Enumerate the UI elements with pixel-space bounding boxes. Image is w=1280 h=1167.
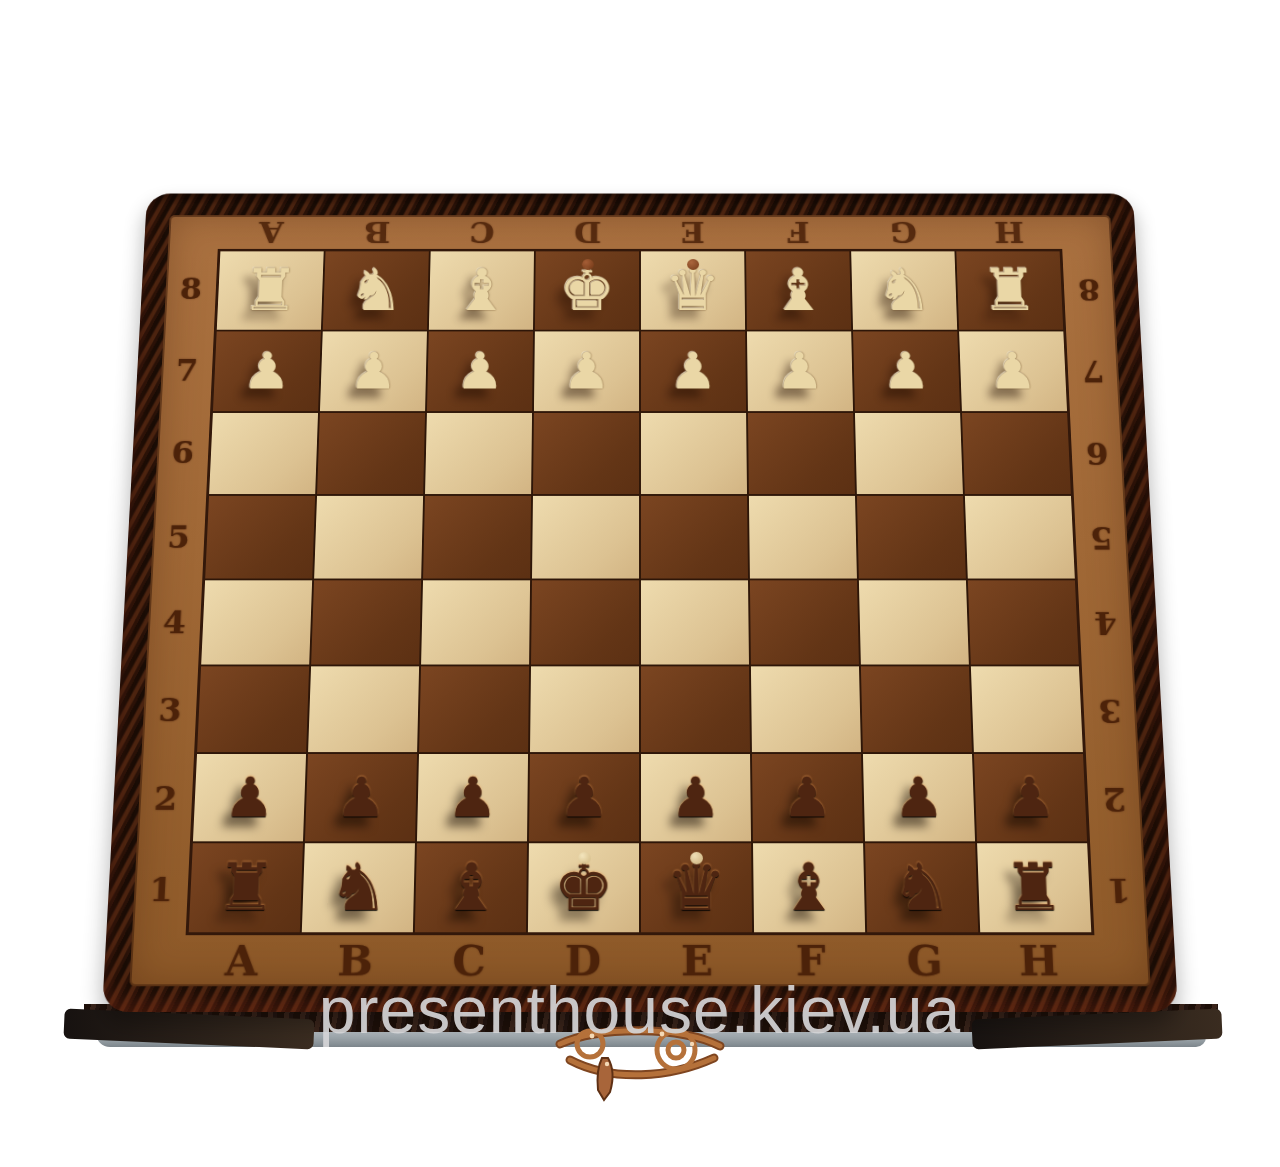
rank-label-left-3: 3 [142,666,199,754]
square-f1[interactable]: ♝ [753,843,865,932]
square-b4[interactable] [311,580,421,664]
white-pawn[interactable]: ♟ [853,331,960,411]
square-g8[interactable]: ♞ [851,251,957,329]
black-knight[interactable]: ♞ [865,843,978,932]
file-label-top-f: F [745,215,851,249]
file-label-bottom-h: H [981,935,1097,986]
square-h4[interactable] [968,580,1079,664]
black-pawn[interactable]: ♟ [974,754,1087,841]
white-pawn[interactable]: ♟ [534,331,639,411]
white-pawn[interactable]: ♟ [959,331,1067,411]
black-pawn[interactable]: ♟ [529,754,639,841]
square-h2[interactable]: ♟ [974,754,1087,841]
square-g4[interactable] [859,580,969,664]
square-h8[interactable]: ♜ [956,251,1063,329]
black-pawn[interactable]: ♟ [641,754,751,841]
square-f6[interactable] [748,413,855,494]
rank-label-right-4: 4 [1078,579,1134,665]
black-pawn[interactable]: ♟ [863,754,975,841]
square-h7[interactable]: ♟ [959,331,1067,411]
chess-board: ♜♞♝♚♛♝♞♜♟♟♟♟♟♟♟♟♟♟♟♟♟♟♟♟♜♞♝♚♛♝♞♜ [186,249,1095,935]
square-e8[interactable]: ♛ [641,251,745,329]
brown-head-cap [687,259,699,270]
black-rook[interactable]: ♜ [189,843,303,932]
square-d7[interactable]: ♟ [534,331,639,411]
black-bishop[interactable]: ♝ [415,843,527,932]
square-b6[interactable] [317,413,425,494]
file-label-bottom-a: A [183,935,299,986]
black-pawn[interactable]: ♟ [305,754,417,841]
product-photo: ABCDEFGH ABCDEFGH 87654321 87654321 ♜♞♝♚… [0,0,1280,1167]
file-label-top-h: H [955,215,1062,249]
square-e1[interactable]: ♛ [641,843,752,932]
files-top: ABCDEFGH [218,215,1062,249]
black-queen[interactable]: ♛ [641,843,752,932]
square-e7[interactable]: ♟ [641,331,746,411]
file-label-top-c: C [429,215,535,249]
square-b3[interactable] [308,666,419,752]
rank-label-right-6: 6 [1070,411,1125,494]
square-e6[interactable] [641,413,747,494]
square-f4[interactable] [750,580,859,664]
square-d5[interactable] [532,496,639,579]
square-h3[interactable] [971,666,1083,752]
square-d6[interactable] [533,413,639,494]
black-king[interactable]: ♚ [528,843,639,932]
white-rook[interactable]: ♜ [217,251,324,329]
square-g2[interactable]: ♟ [863,754,975,841]
square-f3[interactable] [751,666,861,752]
watermark: presenthouse.kiev.ua [319,972,962,1048]
cream-head-cap [690,852,703,865]
rank-label-left-6: 6 [155,411,210,494]
file-label-top-e: E [640,215,746,249]
rank-label-right-1: 1 [1090,844,1148,935]
square-g1[interactable]: ♞ [865,843,978,932]
square-g3[interactable] [861,666,972,752]
square-d8[interactable]: ♚ [535,251,639,329]
square-c7[interactable]: ♟ [427,331,533,411]
white-queen[interactable]: ♛ [641,251,745,329]
square-d2[interactable]: ♟ [529,754,639,841]
brown-head-cap [581,259,593,270]
square-b1[interactable]: ♞ [302,843,415,932]
rank-label-right-2: 2 [1086,754,1143,844]
black-pawn[interactable]: ♟ [193,754,306,841]
square-f8[interactable]: ♝ [746,251,851,329]
white-king[interactable]: ♚ [535,251,639,329]
square-a2[interactable]: ♟ [193,754,306,841]
white-rook[interactable]: ♜ [956,251,1063,329]
black-pawn[interactable]: ♟ [417,754,528,841]
rank-label-left-2: 2 [137,754,194,844]
square-h6[interactable] [962,413,1071,494]
white-pawn[interactable]: ♟ [213,331,321,411]
square-c8[interactable]: ♝ [429,251,534,329]
square-b5[interactable] [314,496,423,579]
square-a1[interactable]: ♜ [189,843,303,932]
square-a8[interactable]: ♜ [217,251,324,329]
rank-label-left-8: 8 [164,249,218,329]
file-label-top-g: G [850,215,956,249]
square-g7[interactable]: ♟ [853,331,960,411]
square-a4[interactable] [201,580,312,664]
square-d1[interactable]: ♚ [528,843,639,932]
file-label-top-a: A [218,215,325,249]
square-a5[interactable] [205,496,315,579]
square-f7[interactable]: ♟ [747,331,853,411]
rank-label-right-7: 7 [1066,329,1121,411]
rank-label-left-5: 5 [151,495,207,580]
black-bishop[interactable]: ♝ [753,843,865,932]
rank-label-left-1: 1 [132,844,190,935]
rank-label-left-7: 7 [159,329,214,411]
square-e2[interactable]: ♟ [641,754,751,841]
square-c6[interactable] [425,413,532,494]
black-pawn[interactable]: ♟ [752,754,863,841]
white-bishop[interactable]: ♝ [429,251,534,329]
coordinate-band: ABCDEFGH ABCDEFGH 87654321 87654321 ♜♞♝♚… [129,215,1150,986]
square-a6[interactable] [209,413,318,494]
square-b8[interactable]: ♞ [323,251,429,329]
file-label-top-d: D [534,215,640,249]
black-knight[interactable]: ♞ [302,843,415,932]
square-c2[interactable]: ♟ [417,754,528,841]
square-b7[interactable]: ♟ [320,331,427,411]
square-c1[interactable]: ♝ [415,843,527,932]
square-d3[interactable] [530,666,639,752]
square-g5[interactable] [857,496,966,579]
square-c5[interactable] [423,496,531,579]
black-rook[interactable]: ♜ [977,843,1091,932]
rank-label-right-5: 5 [1074,495,1130,580]
square-d4[interactable] [531,580,639,664]
white-bishop[interactable]: ♝ [746,251,851,329]
square-e3[interactable] [641,666,750,752]
square-h5[interactable] [965,496,1075,579]
rank-label-right-3: 3 [1082,666,1139,754]
chess-set-box: ABCDEFGH ABCDEFGH 87654321 87654321 ♜♞♝♚… [102,194,1178,1012]
square-h1[interactable]: ♜ [977,843,1091,932]
square-f2[interactable]: ♟ [752,754,863,841]
square-e4[interactable] [641,580,749,664]
white-pawn[interactable]: ♟ [641,331,746,411]
square-g6[interactable] [855,413,963,494]
square-c4[interactable] [421,580,530,664]
white-knight[interactable]: ♞ [851,251,957,329]
white-pawn[interactable]: ♟ [320,331,427,411]
square-a7[interactable]: ♟ [213,331,321,411]
square-a3[interactable] [197,666,309,752]
cream-head-cap [577,852,590,865]
square-b2[interactable]: ♟ [305,754,417,841]
white-pawn[interactable]: ♟ [747,331,853,411]
rank-label-right-8: 8 [1062,249,1116,329]
white-pawn[interactable]: ♟ [427,331,533,411]
rank-label-left-4: 4 [146,579,202,665]
square-c3[interactable] [419,666,529,752]
white-knight[interactable]: ♞ [323,251,429,329]
file-label-top-b: B [323,215,429,249]
square-e5[interactable] [641,496,748,579]
square-f5[interactable] [749,496,857,579]
